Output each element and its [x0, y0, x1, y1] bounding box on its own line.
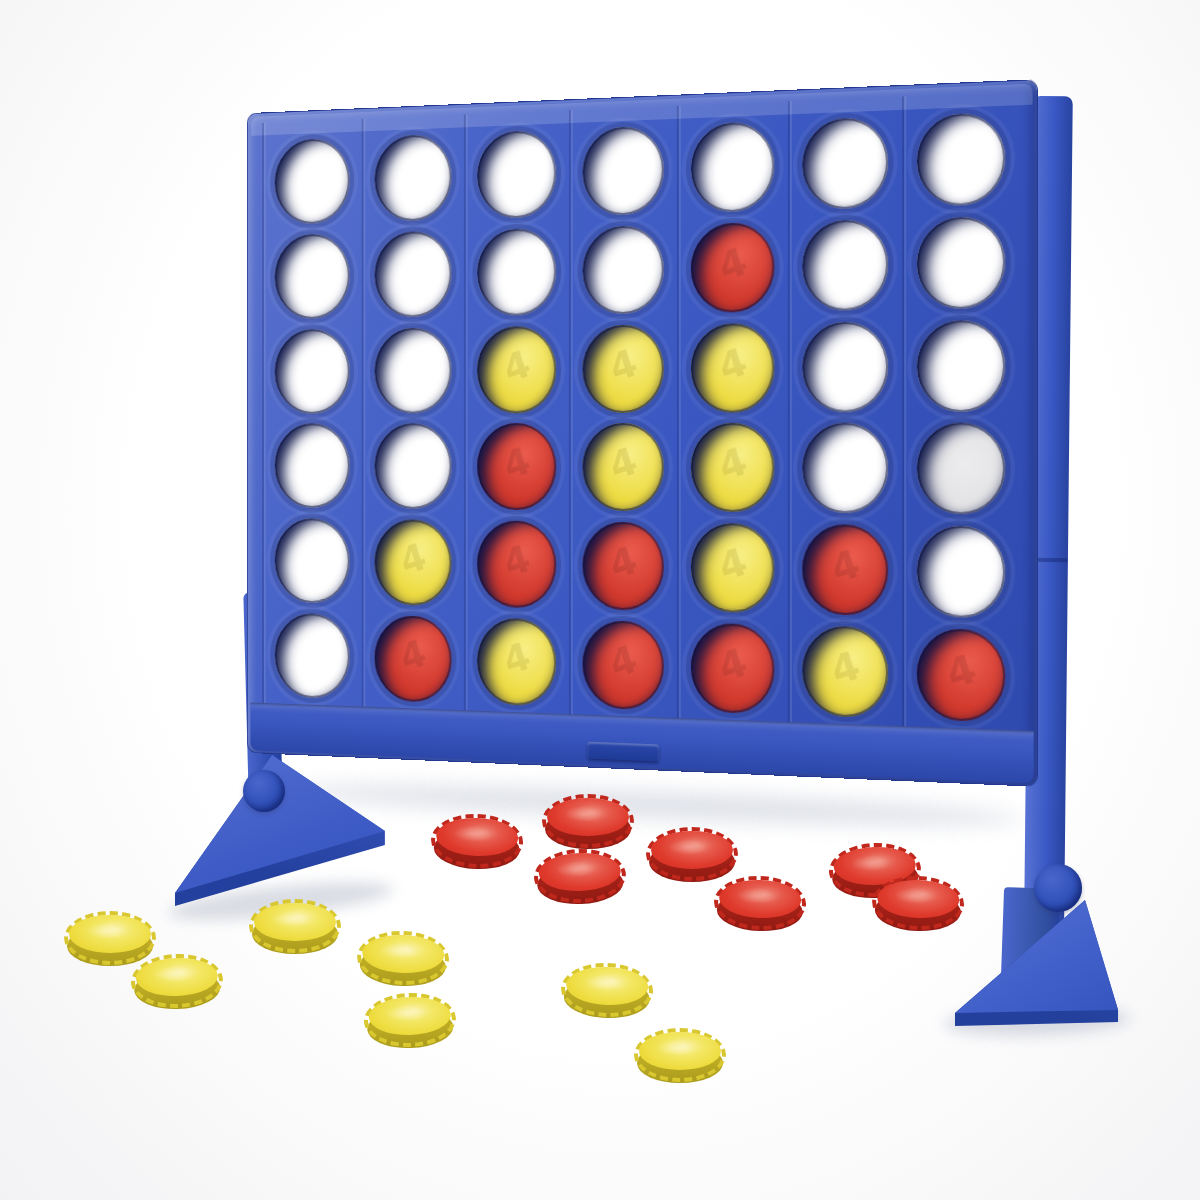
disc-sheen — [564, 806, 604, 822]
disc-sheen — [271, 911, 311, 927]
loose-red-disc-2 — [542, 794, 634, 852]
loose-red-disc-1 — [430, 812, 524, 873]
loose-red-disc-5 — [713, 874, 807, 935]
loose-yellow-disc-2 — [130, 952, 224, 1013]
loose-yellow-disc-5 — [363, 991, 457, 1052]
loose-yellow-disc-4 — [356, 929, 450, 990]
loose-discs-layer — [0, 0, 1200, 1200]
disc-sheen — [86, 923, 126, 939]
scene — [0, 0, 1200, 1200]
disc-sheen — [668, 839, 708, 855]
disc-sheen — [656, 1040, 696, 1056]
loose-yellow-disc-3 — [249, 899, 341, 957]
loose-red-disc-7 — [871, 874, 965, 935]
loose-red-disc-3 — [533, 847, 627, 908]
loose-yellow-disc-7 — [634, 1028, 726, 1086]
loose-yellow-disc-6 — [560, 961, 654, 1022]
